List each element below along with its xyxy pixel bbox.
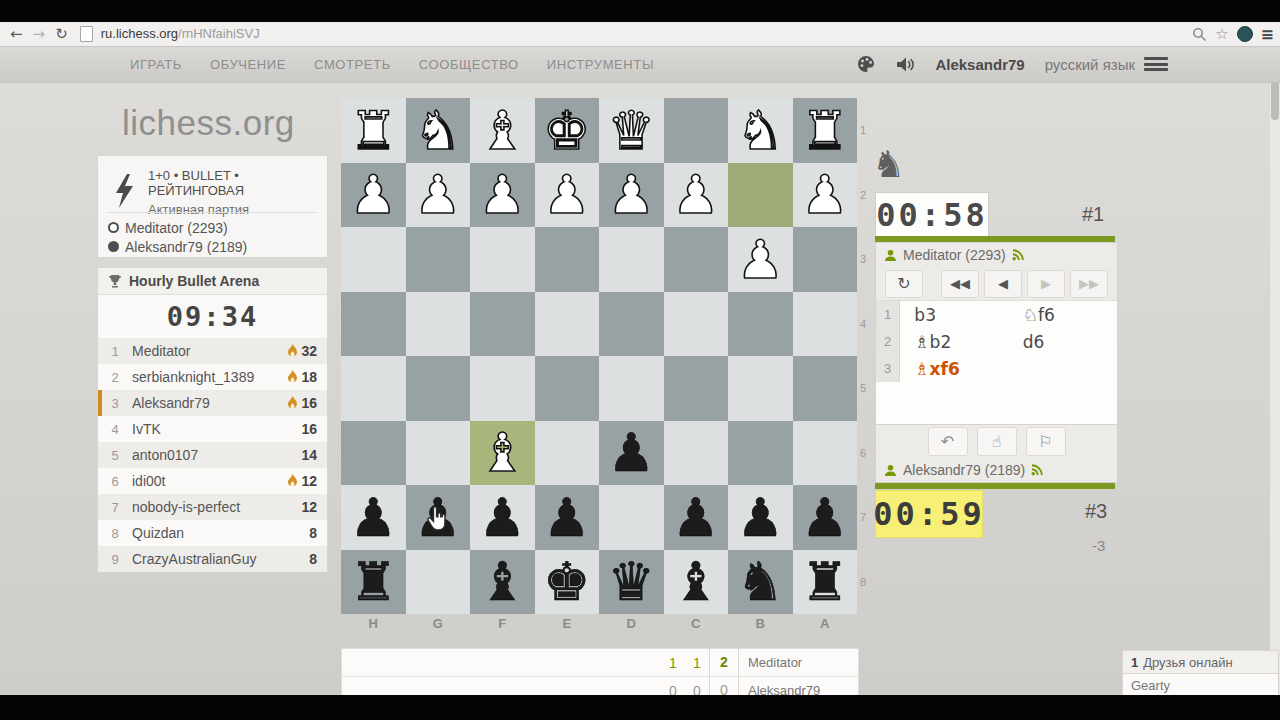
- streak-flame-icon: [287, 370, 298, 384]
- standing-row-4[interactable]: 4IvTK16: [98, 416, 327, 442]
- rank-label-6: 6: [860, 421, 874, 486]
- black-queen-d8: ♛: [599, 550, 664, 615]
- black-pawn-a7: ♟: [793, 485, 858, 550]
- white-pawn-d2: ♟: [599, 163, 664, 228]
- rank-label-3: 3: [860, 227, 874, 292]
- standing-score: 12: [301, 499, 327, 515]
- takeback-button[interactable]: ↶: [928, 427, 968, 456]
- square-f3[interactable]: [470, 227, 535, 292]
- stream-rss-icon[interactable]: [1012, 249, 1024, 261]
- tournament-title: Hourly Bullet Arena: [129, 273, 259, 289]
- letterbox-top: [0, 0, 1280, 22]
- standing-rank: 7: [98, 500, 132, 515]
- square-c6[interactable]: [664, 421, 729, 486]
- current-user-marker: [98, 390, 102, 416]
- standing-row-1[interactable]: 1Meditator32: [98, 338, 327, 364]
- move-controls: ↻ ◀◀ ◀ ▶ ▶▶: [876, 267, 1117, 300]
- black-rook-a8: ♜: [793, 550, 858, 615]
- browser-menu-icon[interactable]: ≡: [1261, 25, 1274, 44]
- square-c3[interactable]: [664, 227, 729, 292]
- white-pawn-f2: ♟: [470, 163, 535, 228]
- square-g1[interactable]: ♞: [406, 98, 471, 163]
- square-e5[interactable]: [535, 356, 600, 421]
- last-move-button[interactable]: ▶▶: [1070, 270, 1108, 298]
- square-b4[interactable]: [728, 292, 793, 357]
- standing-player-name[interactable]: Meditator: [132, 343, 287, 359]
- black-bishop-c8: ♝: [664, 550, 729, 615]
- square-a5[interactable]: [793, 356, 858, 421]
- board-file-labels: HGFEDCBA: [341, 616, 857, 631]
- standing-rank: 3: [98, 396, 132, 411]
- search-icon[interactable]: [1192, 27, 1207, 42]
- square-a7[interactable]: ♟: [793, 485, 858, 550]
- white-bishop-f1: ♝: [470, 98, 535, 163]
- tournament-box: Hourly Bullet Arena 09:34 1Meditator322s…: [97, 267, 328, 573]
- nav-item-4[interactable]: ИНСТРУМЕНТЫ: [547, 57, 654, 72]
- standing-player-name[interactable]: anton0107: [132, 447, 301, 463]
- nav-item-2[interactable]: СМОТРЕТЬ: [314, 57, 391, 72]
- square-b7[interactable]: ♟: [728, 485, 793, 550]
- black-pawn-c7: ♟: [664, 485, 729, 550]
- streak-flame-icon: [287, 474, 298, 488]
- move-row-1: 1b3♘f6: [876, 301, 1117, 328]
- square-h5[interactable]: [341, 356, 406, 421]
- square-d5[interactable]: [599, 356, 664, 421]
- top-player-clock: 00:58: [875, 192, 989, 238]
- white-move[interactable]: ♗b2: [900, 332, 1008, 352]
- move-number: 2: [876, 328, 900, 355]
- standing-rank: 2: [98, 370, 132, 385]
- nav-item-1[interactable]: ОБУЧЕНИЕ: [210, 57, 286, 72]
- square-d6[interactable]: ♟: [599, 421, 664, 486]
- crosstable-total: 2: [709, 649, 739, 676]
- page-icon: [80, 26, 93, 42]
- next-move-button[interactable]: ▶: [1027, 270, 1065, 298]
- resign-flag-button[interactable]: ⚐: [1026, 427, 1066, 456]
- crosstable-player-name[interactable]: Meditator: [739, 655, 858, 670]
- standing-rank: 4: [98, 422, 132, 437]
- square-d8[interactable]: ♛: [599, 550, 664, 615]
- square-b6[interactable]: [728, 421, 793, 486]
- standing-rank: 8: [98, 526, 132, 541]
- white-pawn-c2: ♟: [664, 163, 729, 228]
- browser-address-bar: ← → ↻ ru.lichess.org/rnHNfaihiSVJ ☆ ≡: [0, 22, 1280, 47]
- first-move-button[interactable]: ◀◀: [941, 270, 979, 298]
- square-e1[interactable]: ♚: [535, 98, 600, 163]
- square-c5[interactable]: [664, 356, 729, 421]
- standing-rank: 5: [98, 448, 132, 463]
- square-d1[interactable]: ♛: [599, 98, 664, 163]
- bottom-player-row[interactable]: Aleksandr79 (2189): [876, 458, 1117, 482]
- trophy-icon: [108, 274, 122, 288]
- black-color-icon: [108, 241, 119, 252]
- square-b5[interactable]: [728, 356, 793, 421]
- standing-row-8[interactable]: 8Quizdan8: [98, 520, 327, 546]
- square-c7[interactable]: ♟: [664, 485, 729, 550]
- white-pawn-g2: ♟: [406, 163, 471, 228]
- crosstable-score: 1: [661, 655, 685, 671]
- user-icon: [884, 464, 897, 477]
- prev-move-button[interactable]: ◀: [984, 270, 1022, 298]
- square-f2[interactable]: ♟: [470, 163, 535, 228]
- black-knight-b8: ♞: [728, 550, 793, 615]
- friends-header[interactable]: 1Друзья онлайн: [1122, 650, 1279, 674]
- white-pawn-h2: ♟: [341, 163, 406, 228]
- standing-player-name[interactable]: idi00t: [132, 473, 287, 489]
- extension-icon[interactable]: [1237, 26, 1253, 42]
- bookmark-star-icon[interactable]: ☆: [1215, 25, 1228, 43]
- square-d3[interactable]: [599, 227, 664, 292]
- white-pawn-a2: ♟: [793, 163, 858, 228]
- url-text[interactable]: ru.lichess.org/rnHNfaihiSVJ: [101, 22, 260, 46]
- square-h2[interactable]: ♟: [341, 163, 406, 228]
- black-move[interactable]: d6: [1009, 332, 1117, 352]
- standing-player-name[interactable]: IvTK: [132, 421, 301, 437]
- rank-label-4: 4: [860, 292, 874, 357]
- pondering-knight-icon: ♞: [872, 146, 905, 183]
- lichess-logo[interactable]: lichess.org: [122, 103, 295, 143]
- white-rook-a1: ♜: [793, 98, 858, 163]
- top-player-name: Meditator (2293): [903, 247, 1006, 263]
- nav-item-0[interactable]: ИГРАТЬ: [130, 57, 182, 72]
- black-move[interactable]: ♘f6: [1009, 305, 1117, 325]
- top-player-arena-rank: #1: [1082, 203, 1104, 226]
- theme-palette-icon[interactable]: [856, 54, 876, 74]
- white-pawn-e2: ♟: [535, 163, 600, 228]
- letterbox-bottom: [0, 695, 1280, 720]
- sound-speaker-icon[interactable]: [896, 56, 915, 73]
- square-h3[interactable]: [341, 227, 406, 292]
- file-label-C: C: [664, 616, 729, 631]
- site-menu-icon[interactable]: [1144, 57, 1168, 71]
- divider: [108, 212, 317, 213]
- nav-item-3[interactable]: СООБЩЕСТВО: [419, 57, 519, 72]
- game-action-buttons: ↶ ☝ ⚐: [876, 425, 1117, 458]
- standing-player-name[interactable]: nobody-is-perfect: [132, 499, 301, 515]
- url-host: ru.lichess.org: [101, 26, 178, 41]
- site-nav-bar: ИГРАТЬОБУЧЕНИЕСМОТРЕТЬСООБЩЕСТВОИНСТРУМЕ…: [0, 46, 1280, 83]
- square-g5[interactable]: [406, 356, 471, 421]
- square-g6[interactable]: [406, 421, 471, 486]
- move-row-2: 2♗b2d6: [876, 328, 1117, 355]
- square-d4[interactable]: [599, 292, 664, 357]
- file-label-A: A: [793, 616, 858, 631]
- square-e4[interactable]: [535, 292, 600, 357]
- friends-label: Друзья онлайн: [1143, 655, 1232, 670]
- standing-score: 16: [301, 421, 327, 437]
- square-h1[interactable]: ♜: [341, 98, 406, 163]
- square-h8[interactable]: ♜: [341, 550, 406, 615]
- standing-row-2[interactable]: 2serbianknight_138918: [98, 364, 327, 390]
- square-b1[interactable]: ♞: [728, 98, 793, 163]
- standing-score: 8: [309, 525, 327, 541]
- nav-language[interactable]: русский язык: [1045, 56, 1135, 73]
- standing-rank: 6: [98, 474, 132, 489]
- scrollbar-track[interactable]: [1270, 46, 1280, 695]
- square-a8[interactable]: ♜: [793, 550, 858, 615]
- black-pawn-h7: ♟: [341, 485, 406, 550]
- white-bishop-f6: ♝: [470, 421, 535, 486]
- square-g2[interactable]: ♟: [406, 163, 471, 228]
- square-d7[interactable]: [599, 485, 664, 550]
- standing-row-7[interactable]: 7nobody-is-perfect12: [98, 494, 327, 520]
- standing-rank: 9: [98, 552, 132, 567]
- file-label-G: G: [406, 616, 471, 631]
- friends-count: 1: [1131, 655, 1138, 670]
- square-g8[interactable]: [406, 550, 471, 615]
- crosstable-row: 112Meditator: [342, 649, 858, 677]
- square-a1[interactable]: ♜: [793, 98, 858, 163]
- bottom-player-arena-rank: #3: [1085, 500, 1107, 523]
- friend-name[interactable]: Gearty: [1122, 674, 1279, 697]
- black-player-name: Aleksandr79 (2189): [125, 239, 247, 255]
- square-d2[interactable]: ♟: [599, 163, 664, 228]
- move-number: 3: [876, 355, 900, 382]
- square-f5[interactable]: [470, 356, 535, 421]
- square-e8[interactable]: ♚: [535, 550, 600, 615]
- standing-score: 12: [287, 473, 327, 489]
- score-change-label: -3: [1092, 537, 1105, 554]
- square-e7[interactable]: ♟: [535, 485, 600, 550]
- black-pawn-f7: ♟: [470, 485, 535, 550]
- move-list: 1b3♘f62♗b2d63♗xf6: [876, 300, 1117, 425]
- square-a4[interactable]: [793, 292, 858, 357]
- bullet-lightning-icon: [114, 174, 135, 208]
- white-knight-b1: ♞: [728, 98, 793, 163]
- file-label-E: E: [535, 616, 600, 631]
- square-f7[interactable]: ♟: [470, 485, 535, 550]
- white-player-row[interactable]: Meditator (2293): [108, 218, 247, 237]
- standing-score: 14: [301, 447, 327, 463]
- friends-online-box: 1Друзья онлайн Gearty: [1122, 650, 1279, 697]
- standing-score: 18: [287, 369, 327, 385]
- rank-label-8: 8: [860, 550, 874, 615]
- square-e3[interactable]: [535, 227, 600, 292]
- square-f4[interactable]: [470, 292, 535, 357]
- black-bishop-f8: ♝: [470, 550, 535, 615]
- standing-row-9[interactable]: 9CrazyAustralianGuy8: [98, 546, 327, 572]
- white-king-e1: ♚: [535, 98, 600, 163]
- black-king-e8: ♚: [535, 550, 600, 615]
- move-row-3: 3♗xf6: [876, 355, 1117, 382]
- square-b2[interactable]: [728, 163, 793, 228]
- flip-board-button[interactable]: ↻: [885, 270, 923, 298]
- file-label-B: B: [728, 616, 793, 631]
- user-icon: [884, 249, 897, 262]
- square-e6[interactable]: [535, 421, 600, 486]
- screen: ← → ↻ ru.lichess.org/rnHNfaihiSVJ ☆ ≡ ИГ…: [0, 0, 1280, 720]
- game-info-box: 1+0 • BULLET • РЕЙТИНГОВАЯ Активная парт…: [97, 155, 328, 258]
- browser-back-icon[interactable]: ←: [10, 22, 23, 46]
- square-f6[interactable]: ♝: [470, 421, 535, 486]
- top-player-row[interactable]: Meditator (2293): [876, 243, 1117, 267]
- white-move[interactable]: b3: [900, 305, 1008, 325]
- square-e2[interactable]: ♟: [535, 163, 600, 228]
- square-b3[interactable]: ♟: [728, 227, 793, 292]
- standing-rank: 1: [98, 344, 132, 359]
- square-g3[interactable]: [406, 227, 471, 292]
- game-status-label: Активная партия: [148, 202, 327, 217]
- file-label-F: F: [470, 616, 535, 631]
- stream-rss-icon[interactable]: [1031, 464, 1043, 476]
- mouse-cursor-hand: [426, 506, 447, 532]
- standing-player-name[interactable]: CrazyAustralianGuy: [132, 551, 309, 567]
- streak-flame-icon: [287, 396, 298, 410]
- square-c4[interactable]: [664, 292, 729, 357]
- white-color-icon: [108, 222, 119, 233]
- white-move[interactable]: ♗xf6: [900, 359, 1008, 379]
- square-h6[interactable]: [341, 421, 406, 486]
- white-knight-g1: ♞: [406, 98, 471, 163]
- standing-player-name[interactable]: Quizdan: [132, 525, 309, 541]
- white-player-name: Meditator (2293): [125, 220, 228, 236]
- square-g4[interactable]: [406, 292, 471, 357]
- white-rook-h1: ♜: [341, 98, 406, 163]
- bottom-player-name: Aleksandr79 (2189): [903, 462, 1025, 478]
- url-path: /rnHNfaihiSVJ: [178, 26, 260, 41]
- square-c8[interactable]: ♝: [664, 550, 729, 615]
- standing-row-6[interactable]: 6idi00t12: [98, 468, 327, 494]
- square-b8[interactable]: ♞: [728, 550, 793, 615]
- browser-forward-icon[interactable]: →: [33, 22, 46, 46]
- square-a2[interactable]: ♟: [793, 163, 858, 228]
- standing-row-3[interactable]: 3Aleksandr7916: [98, 390, 327, 416]
- standing-row-5[interactable]: 5anton010714: [98, 442, 327, 468]
- square-h4[interactable]: [341, 292, 406, 357]
- game-side-panel: Meditator (2293) ↻ ◀◀ ◀ ▶ ▶▶ 1b3♘f62♗b2d…: [875, 242, 1118, 483]
- square-a3[interactable]: [793, 227, 858, 292]
- streak-flame-icon: [287, 344, 298, 358]
- bottom-player-clock: 00:59: [875, 490, 983, 538]
- standing-score: 32: [287, 343, 327, 359]
- rank-label-7: 7: [860, 485, 874, 550]
- square-f8[interactable]: ♝: [470, 550, 535, 615]
- square-f1[interactable]: ♝: [470, 98, 535, 163]
- black-pawn-e7: ♟: [535, 485, 600, 550]
- browser-reload-icon[interactable]: ↻: [55, 22, 68, 46]
- nav-username[interactable]: Aleksandr79: [935, 56, 1024, 73]
- white-pawn-b3: ♟: [728, 227, 793, 292]
- square-h7[interactable]: ♟: [341, 485, 406, 550]
- rank-label-5: 5: [860, 356, 874, 421]
- standing-player-name[interactable]: Aleksandr79: [132, 395, 287, 411]
- square-c2[interactable]: ♟: [664, 163, 729, 228]
- crosstable-score: 1: [685, 655, 709, 671]
- time-control-label: 1+0 • BULLET • РЕЙТИНГОВАЯ: [148, 168, 327, 198]
- square-a6[interactable]: [793, 421, 858, 486]
- standing-score: 8: [309, 551, 327, 567]
- black-pawn-d6: ♟: [599, 421, 664, 486]
- standing-score: 16: [287, 395, 327, 411]
- file-label-D: D: [599, 616, 664, 631]
- white-queen-d1: ♛: [599, 98, 664, 163]
- tournament-standings: 1Meditator322serbianknight_1389183Aleksa…: [98, 338, 327, 572]
- square-c1[interactable]: [664, 98, 729, 163]
- move-number: 1: [876, 301, 900, 328]
- tournament-header[interactable]: Hourly Bullet Arena: [98, 268, 327, 295]
- black-rook-h8: ♜: [341, 550, 406, 615]
- main-nav: ИГРАТЬОБУЧЕНИЕСМОТРЕТЬСООБЩЕСТВОИНСТРУМЕ…: [130, 46, 654, 82]
- tournament-clock: 09:34: [98, 295, 327, 338]
- black-player-row[interactable]: Aleksandr79 (2189): [108, 237, 247, 256]
- draw-offer-button[interactable]: ☝: [977, 427, 1017, 456]
- file-label-H: H: [341, 616, 406, 631]
- standing-player-name[interactable]: serbianknight_1389: [132, 369, 287, 385]
- bottom-clock-bar: [875, 483, 1115, 489]
- chess-board: ♜♞♝♚♛♞♜♟♟♟♟♟♟♟♟♝♟♟♟♟♟♟♟♟♜♝♚♛♝♞♜: [341, 98, 857, 614]
- black-pawn-b7: ♟: [728, 485, 793, 550]
